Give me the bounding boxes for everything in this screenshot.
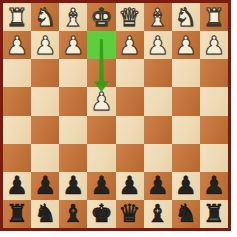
square-f1[interactable]: ♝ [59, 3, 87, 31]
white-rook-a1[interactable]: ♜ [203, 5, 225, 30]
square-a5[interactable] [200, 116, 228, 144]
square-c6[interactable] [144, 144, 172, 172]
square-e3[interactable] [87, 59, 115, 87]
black-rook-h8[interactable]: ♜ [6, 201, 28, 226]
square-f7[interactable]: ♟ [59, 172, 87, 200]
black-pawn-h7[interactable]: ♟ [6, 173, 28, 198]
square-d3[interactable] [116, 59, 144, 87]
black-bishop-f8[interactable]: ♝ [62, 201, 84, 226]
square-a2[interactable]: ♟ [200, 31, 228, 59]
square-h6[interactable] [3, 144, 31, 172]
square-g8[interactable]: ♞ [31, 200, 59, 228]
square-h1[interactable]: ♜ [3, 3, 31, 31]
square-b7[interactable]: ♟ [172, 172, 200, 200]
square-h2[interactable]: ♟ [3, 31, 31, 59]
black-pawn-f7[interactable]: ♟ [62, 173, 84, 198]
black-pawn-c7[interactable]: ♟ [146, 173, 168, 198]
square-d4[interactable] [116, 87, 144, 115]
square-h4[interactable] [3, 87, 31, 115]
square-c2[interactable]: ♟ [144, 31, 172, 59]
square-c3[interactable] [144, 59, 172, 87]
square-a1[interactable]: ♜ [200, 3, 228, 31]
white-rook-h1[interactable]: ♜ [6, 5, 28, 30]
black-knight-b8[interactable]: ♞ [175, 201, 197, 226]
square-h5[interactable] [3, 116, 31, 144]
square-b3[interactable] [172, 59, 200, 87]
square-g7[interactable]: ♟ [31, 172, 59, 200]
square-c4[interactable] [144, 87, 172, 115]
square-e1[interactable]: ♚ [87, 3, 115, 31]
square-b4[interactable] [172, 87, 200, 115]
square-e4[interactable]: ♟ [87, 87, 115, 115]
black-rook-a8[interactable]: ♜ [203, 201, 225, 226]
square-d7[interactable]: ♟ [116, 172, 144, 200]
white-knight-g1[interactable]: ♞ [34, 5, 56, 30]
square-e8[interactable]: ♚ [87, 200, 115, 228]
square-b1[interactable]: ♞ [172, 3, 200, 31]
black-pawn-d7[interactable]: ♟ [118, 173, 140, 198]
black-pawn-a7[interactable]: ♟ [203, 173, 225, 198]
square-g1[interactable]: ♞ [31, 3, 59, 31]
black-bishop-c8[interactable]: ♝ [146, 201, 168, 226]
black-pawn-b7[interactable]: ♟ [175, 173, 197, 198]
square-h3[interactable] [3, 59, 31, 87]
square-a7[interactable]: ♟ [200, 172, 228, 200]
white-pawn-e4[interactable]: ♟ [90, 89, 112, 114]
white-knight-b1[interactable]: ♞ [175, 5, 197, 30]
square-d5[interactable] [116, 116, 144, 144]
black-knight-g8[interactable]: ♞ [34, 201, 56, 226]
square-f4[interactable] [59, 87, 87, 115]
square-h8[interactable]: ♜ [3, 200, 31, 228]
board-frame: ♜♞♝♚♛♝♞♜♟♟♟♟♟♟♟♟♟♟♟♟♟♟♟♟♜♞♝♚♛♝♞♜ [0, 0, 231, 231]
chess-board[interactable]: ♜♞♝♚♛♝♞♜♟♟♟♟♟♟♟♟♟♟♟♟♟♟♟♟♜♞♝♚♛♝♞♜ [3, 3, 228, 228]
square-g5[interactable] [31, 116, 59, 144]
black-pawn-e7[interactable]: ♟ [90, 173, 112, 198]
square-g3[interactable] [31, 59, 59, 87]
square-f6[interactable] [59, 144, 87, 172]
square-b5[interactable] [172, 116, 200, 144]
white-pawn-b2[interactable]: ♟ [175, 33, 197, 58]
square-a3[interactable] [200, 59, 228, 87]
square-d2[interactable]: ♟ [116, 31, 144, 59]
black-pawn-g7[interactable]: ♟ [34, 173, 56, 198]
square-e7[interactable]: ♟ [87, 172, 115, 200]
white-pawn-g2[interactable]: ♟ [34, 33, 56, 58]
square-g6[interactable] [31, 144, 59, 172]
square-h7[interactable]: ♟ [3, 172, 31, 200]
square-c8[interactable]: ♝ [144, 200, 172, 228]
square-c1[interactable]: ♝ [144, 3, 172, 31]
square-d8[interactable]: ♛ [116, 200, 144, 228]
square-e5[interactable] [87, 116, 115, 144]
square-c5[interactable] [144, 116, 172, 144]
square-d6[interactable] [116, 144, 144, 172]
white-bishop-f1[interactable]: ♝ [62, 5, 84, 30]
square-c7[interactable]: ♟ [144, 172, 172, 200]
square-a6[interactable] [200, 144, 228, 172]
black-queen-d8[interactable]: ♛ [118, 201, 140, 226]
square-b6[interactable] [172, 144, 200, 172]
square-a4[interactable] [200, 87, 228, 115]
square-g4[interactable] [31, 87, 59, 115]
white-bishop-c1[interactable]: ♝ [146, 5, 168, 30]
white-pawn-f2[interactable]: ♟ [62, 33, 84, 58]
square-e6[interactable] [87, 144, 115, 172]
white-pawn-d2[interactable]: ♟ [118, 33, 140, 58]
white-queen-d1[interactable]: ♛ [118, 5, 140, 30]
white-pawn-h2[interactable]: ♟ [6, 33, 28, 58]
chess-diagram: ♜♞♝♚♛♝♞♜♟♟♟♟♟♟♟♟♟♟♟♟♟♟♟♟♜♞♝♚♛♝♞♜ [0, 0, 237, 237]
square-f2[interactable]: ♟ [59, 31, 87, 59]
white-king-e1[interactable]: ♚ [90, 5, 112, 30]
square-g2[interactable]: ♟ [31, 31, 59, 59]
square-b8[interactable]: ♞ [172, 200, 200, 228]
square-f3[interactable] [59, 59, 87, 87]
square-d1[interactable]: ♛ [116, 3, 144, 31]
square-e2[interactable] [87, 31, 115, 59]
square-f8[interactable]: ♝ [59, 200, 87, 228]
square-f5[interactable] [59, 116, 87, 144]
square-a8[interactable]: ♜ [200, 200, 228, 228]
square-b2[interactable]: ♟ [172, 31, 200, 59]
black-king-e8[interactable]: ♚ [90, 201, 112, 226]
white-pawn-a2[interactable]: ♟ [203, 33, 225, 58]
white-pawn-c2[interactable]: ♟ [146, 33, 168, 58]
